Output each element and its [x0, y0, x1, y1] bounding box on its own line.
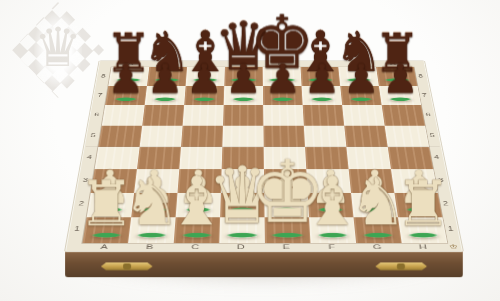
black-pawn-glyph: ♟ [186, 58, 223, 99]
black-pawn-glyph: ♟ [107, 58, 144, 99]
black-pawn-glyph: ♟ [225, 58, 262, 99]
coord-file-c-bottom: C [173, 242, 219, 251]
coord-file-h-bottom: H [400, 242, 447, 251]
board-scene: ABCDEFGH ABCDEFGH 87654321 87654321 ♔ ♜♞… [64, 0, 464, 301]
hinge-right [375, 262, 427, 271]
file-labels-bottom: ABCDEFGH [81, 242, 447, 251]
chess-board: ABCDEFGH ABCDEFGH 87654321 87654321 ♔ ♜♞… [64, 60, 464, 252]
coord-file-f-bottom: F [309, 242, 355, 251]
black-pawn-glyph: ♟ [264, 58, 301, 99]
white-rook-glyph: ♜ [395, 172, 451, 235]
black-pawn-glyph: ♟ [382, 58, 419, 99]
photo-backdrop: ♛ ABCDEFGH ABCDEFGH 87654321 87654321 ♔ … [0, 0, 500, 301]
coord-file-b-bottom: B [127, 242, 173, 251]
black-pawn-glyph: ♟ [147, 58, 184, 99]
coord-file-a-bottom: A [81, 242, 128, 251]
black-pawn-glyph: ♟ [343, 58, 380, 99]
board-pieces: ♜♞♝♛♚♝♞♜♟♟♟♟♟♟♟♟♟♟♟♟♟♟♟♟♜♞♝♛♚♝♞♜ [82, 67, 447, 243]
board-frame: ABCDEFGH ABCDEFGH 87654321 87654321 ♔ ♜♞… [64, 60, 464, 252]
coord-file-e-bottom: E [264, 242, 310, 251]
black-pawn-glyph: ♟ [304, 58, 341, 99]
hinge-left [101, 262, 153, 271]
maker-mark-icon: ♔ [445, 243, 461, 251]
board-side-edge [65, 251, 463, 277]
coord-file-d-bottom: D [218, 242, 264, 251]
coord-file-g-bottom: G [355, 242, 402, 251]
